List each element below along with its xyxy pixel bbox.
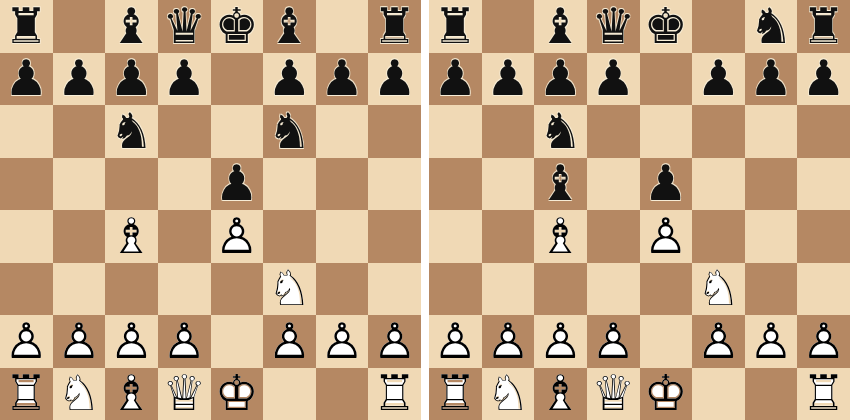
white-pawn: ♟♙ [110,317,154,366]
white-pawn: ♟♙ [433,317,477,366]
white-rook: ♜♖ [4,369,48,418]
white-knight: ♞♘ [486,369,530,418]
boards-container: ♜♝♛♚♝♜♟♟♟♟♟♟♟♞♞♟♝♗♟♙♞♘♟♙♟♙♟♙♟♙♟♙♟♙♟♙♜♖♞♘… [0,0,850,420]
square-b3[interactable] [53,263,106,316]
square-e1[interactable]: ♚♔ [211,368,264,420]
piece-outline-layer: ♙ [539,317,583,366]
white-pawn: ♟♙ [4,317,48,366]
white-rook: ♜♖ [433,369,477,418]
square-c3[interactable] [534,263,587,316]
square-e5[interactable]: ♟ [211,158,264,211]
white-pawn: ♟♙ [749,317,793,366]
square-e4[interactable]: ♟♙ [211,210,264,263]
white-pawn: ♟♙ [320,317,364,366]
square-c3[interactable] [105,263,158,316]
black-knight: ♞ [749,2,793,51]
square-g3[interactable] [316,263,369,316]
square-b8[interactable] [482,0,535,53]
piece-outline-layer: ♙ [267,317,311,366]
piece-outline-layer: ♙ [110,317,154,366]
square-c4[interactable]: ♝♗ [105,210,158,263]
square-d4[interactable] [587,210,640,263]
white-pawn: ♟♙ [591,317,635,366]
square-d2[interactable]: ♟♙ [587,315,640,368]
black-bishop: ♝ [110,2,154,51]
black-bishop: ♝ [539,159,583,208]
black-pawn: ♟ [433,54,477,103]
black-king: ♚ [644,2,688,51]
square-c2[interactable]: ♟♙ [534,315,587,368]
square-c8[interactable]: ♝ [105,0,158,53]
white-bishop: ♝♗ [539,212,583,261]
square-h6[interactable] [797,105,850,158]
white-knight: ♞♘ [696,264,740,313]
piece-outline-layer: ♙ [162,317,206,366]
piece-outline-layer: ♘ [267,264,311,313]
square-f3[interactable]: ♞♘ [692,263,745,316]
black-pawn: ♟ [644,159,688,208]
white-knight: ♞♘ [267,264,311,313]
white-pawn: ♟♙ [802,317,846,366]
square-e7[interactable] [211,53,264,106]
square-h8[interactable]: ♜ [797,0,850,53]
white-rook: ♜♖ [802,369,846,418]
piece-outline-layer: ♖ [373,369,417,418]
black-pawn: ♟ [267,54,311,103]
black-bishop: ♝ [539,2,583,51]
black-pawn: ♟ [486,54,530,103]
black-knight: ♞ [110,107,154,156]
black-pawn: ♟ [57,54,101,103]
black-pawn: ♟ [4,54,48,103]
square-e3[interactable] [211,263,264,316]
white-king: ♚♔ [644,369,688,418]
square-f6[interactable]: ♞ [263,105,316,158]
square-g1[interactable] [316,368,369,420]
square-c2[interactable]: ♟♙ [105,315,158,368]
square-d1[interactable]: ♛♕ [158,368,211,420]
square-h5[interactable] [368,158,421,211]
piece-outline-layer: ♖ [4,369,48,418]
white-queen: ♛♕ [162,369,206,418]
square-g8[interactable] [316,0,369,53]
piece-outline-layer: ♘ [696,264,740,313]
piece-outline-layer: ♗ [539,369,583,418]
square-e3[interactable] [640,263,693,316]
board-left: ♜♝♛♚♝♜♟♟♟♟♟♟♟♞♞♟♝♗♟♙♞♘♟♙♟♙♟♙♟♙♟♙♟♙♟♙♜♖♞♘… [0,0,421,420]
piece-outline-layer: ♙ [215,212,259,261]
square-b7[interactable]: ♟ [53,53,106,106]
square-c1[interactable]: ♝♗ [105,368,158,420]
white-pawn: ♟♙ [215,212,259,261]
square-b6[interactable] [482,105,535,158]
square-f2[interactable]: ♟♙ [692,315,745,368]
square-c6[interactable]: ♞ [105,105,158,158]
square-h1[interactable]: ♜♖ [797,368,850,420]
square-g7[interactable]: ♟ [316,53,369,106]
black-pawn: ♟ [215,159,259,208]
square-h7[interactable]: ♟ [797,53,850,106]
piece-outline-layer: ♙ [644,212,688,261]
square-f7[interactable]: ♟ [692,53,745,106]
square-a8[interactable]: ♜ [0,0,53,53]
white-rook: ♜♖ [373,369,417,418]
black-pawn: ♟ [373,54,417,103]
square-a5[interactable] [0,158,53,211]
square-d4[interactable] [158,210,211,263]
square-f8[interactable]: ♝ [263,0,316,53]
square-h4[interactable] [368,210,421,263]
square-c6[interactable]: ♞ [534,105,587,158]
square-f8[interactable] [692,0,745,53]
square-h5[interactable] [797,158,850,211]
square-f2[interactable]: ♟♙ [263,315,316,368]
white-bishop: ♝♗ [110,212,154,261]
square-f5[interactable] [692,158,745,211]
black-rook: ♜ [433,2,477,51]
square-d8[interactable]: ♛ [587,0,640,53]
black-pawn: ♟ [696,54,740,103]
piece-outline-layer: ♙ [433,317,477,366]
square-a8[interactable]: ♜ [429,0,482,53]
square-f4[interactable] [263,210,316,263]
white-pawn: ♟♙ [57,317,101,366]
square-d6[interactable] [587,105,640,158]
square-g5[interactable] [745,158,798,211]
black-pawn: ♟ [802,54,846,103]
square-e6[interactable] [211,105,264,158]
square-g4[interactable] [316,210,369,263]
square-e2[interactable] [211,315,264,368]
square-g1[interactable] [745,368,798,420]
square-e4[interactable]: ♟♙ [640,210,693,263]
square-b1[interactable]: ♞♘ [482,368,535,420]
white-king: ♚♔ [215,369,259,418]
square-c5[interactable]: ♝ [534,158,587,211]
square-b5[interactable] [53,158,106,211]
black-knight: ♞ [267,107,311,156]
square-h1[interactable]: ♜♖ [368,368,421,420]
square-g8[interactable]: ♞ [745,0,798,53]
square-b7[interactable]: ♟ [482,53,535,106]
square-a2[interactable]: ♟♙ [429,315,482,368]
square-f4[interactable] [692,210,745,263]
square-e6[interactable] [640,105,693,158]
square-b2[interactable]: ♟♙ [53,315,106,368]
square-g2[interactable]: ♟♙ [316,315,369,368]
square-b5[interactable] [482,158,535,211]
square-c5[interactable] [105,158,158,211]
black-pawn: ♟ [320,54,364,103]
square-e7[interactable] [640,53,693,106]
square-a2[interactable]: ♟♙ [0,315,53,368]
board-right: ♜♝♛♚♞♜♟♟♟♟♟♟♟♞♝♟♝♗♟♙♞♘♟♙♟♙♟♙♟♙♟♙♟♙♟♙♜♖♞♘… [429,0,850,420]
square-e5[interactable]: ♟ [640,158,693,211]
piece-outline-layer: ♔ [215,369,259,418]
square-f6[interactable] [692,105,745,158]
piece-outline-layer: ♙ [57,317,101,366]
white-pawn: ♟♙ [267,317,311,366]
white-pawn: ♟♙ [644,212,688,261]
square-g2[interactable]: ♟♙ [745,315,798,368]
piece-outline-layer: ♙ [802,317,846,366]
square-d2[interactable]: ♟♙ [158,315,211,368]
piece-outline-layer: ♖ [802,369,846,418]
black-rook: ♜ [4,2,48,51]
square-a6[interactable] [0,105,53,158]
piece-outline-layer: ♘ [57,369,101,418]
square-h3[interactable] [797,263,850,316]
piece-outline-layer: ♘ [486,369,530,418]
piece-outline-layer: ♗ [539,212,583,261]
square-e8[interactable]: ♚ [211,0,264,53]
square-d1[interactable]: ♛♕ [587,368,640,420]
black-pawn: ♟ [539,54,583,103]
piece-outline-layer: ♙ [749,317,793,366]
piece-outline-layer: ♙ [696,317,740,366]
black-king: ♚ [215,2,259,51]
white-bishop: ♝♗ [539,369,583,418]
square-d6[interactable] [158,105,211,158]
square-d3[interactable] [587,263,640,316]
piece-outline-layer: ♙ [320,317,364,366]
white-knight: ♞♘ [57,369,101,418]
black-pawn: ♟ [162,54,206,103]
square-a6[interactable] [429,105,482,158]
square-f1[interactable] [692,368,745,420]
white-bishop: ♝♗ [110,369,154,418]
black-rook: ♜ [373,2,417,51]
black-pawn: ♟ [110,54,154,103]
square-f1[interactable] [263,368,316,420]
square-a5[interactable] [429,158,482,211]
square-f3[interactable]: ♞♘ [263,263,316,316]
square-h2[interactable]: ♟♙ [797,315,850,368]
square-h3[interactable] [368,263,421,316]
square-b2[interactable]: ♟♙ [482,315,535,368]
piece-outline-layer: ♕ [162,369,206,418]
square-c8[interactable]: ♝ [534,0,587,53]
black-queen: ♛ [162,2,206,51]
square-c7[interactable]: ♟ [105,53,158,106]
piece-outline-layer: ♗ [110,369,154,418]
square-g6[interactable] [745,105,798,158]
black-knight: ♞ [539,107,583,156]
white-pawn: ♟♙ [373,317,417,366]
square-a7[interactable]: ♟ [429,53,482,106]
square-h4[interactable] [797,210,850,263]
square-d3[interactable] [158,263,211,316]
square-a4[interactable] [429,210,482,263]
square-g5[interactable] [316,158,369,211]
white-pawn: ♟♙ [486,317,530,366]
piece-outline-layer: ♙ [486,317,530,366]
white-pawn: ♟♙ [162,317,206,366]
square-g4[interactable] [745,210,798,263]
square-d7[interactable]: ♟ [158,53,211,106]
square-e1[interactable]: ♚♔ [640,368,693,420]
square-c7[interactable]: ♟ [534,53,587,106]
square-h6[interactable] [368,105,421,158]
white-pawn: ♟♙ [539,317,583,366]
black-bishop: ♝ [267,2,311,51]
square-g3[interactable] [745,263,798,316]
square-f7[interactable]: ♟ [263,53,316,106]
black-rook: ♜ [802,2,846,51]
piece-outline-layer: ♙ [591,317,635,366]
black-pawn: ♟ [591,54,635,103]
square-e8[interactable]: ♚ [640,0,693,53]
white-pawn: ♟♙ [696,317,740,366]
black-queen: ♛ [591,2,635,51]
piece-outline-layer: ♔ [644,369,688,418]
square-d5[interactable] [158,158,211,211]
square-b4[interactable] [53,210,106,263]
square-e2[interactable] [640,315,693,368]
square-f5[interactable] [263,158,316,211]
square-c1[interactable]: ♝♗ [534,368,587,420]
square-h2[interactable]: ♟♙ [368,315,421,368]
square-b3[interactable] [482,263,535,316]
square-b6[interactable] [53,105,106,158]
square-a1[interactable]: ♜♖ [0,368,53,420]
square-a7[interactable]: ♟ [0,53,53,106]
square-b4[interactable] [482,210,535,263]
square-g6[interactable] [316,105,369,158]
black-pawn: ♟ [749,54,793,103]
piece-outline-layer: ♙ [4,317,48,366]
square-d8[interactable]: ♛ [158,0,211,53]
piece-outline-layer: ♗ [110,212,154,261]
square-c4[interactable]: ♝♗ [534,210,587,263]
square-b1[interactable]: ♞♘ [53,368,106,420]
square-a1[interactable]: ♜♖ [429,368,482,420]
piece-outline-layer: ♙ [373,317,417,366]
square-b8[interactable] [53,0,106,53]
white-queen: ♛♕ [591,369,635,418]
piece-outline-layer: ♕ [591,369,635,418]
square-d5[interactable] [587,158,640,211]
square-a3[interactable] [429,263,482,316]
square-a4[interactable] [0,210,53,263]
square-g7[interactable]: ♟ [745,53,798,106]
square-a3[interactable] [0,263,53,316]
square-d7[interactable]: ♟ [587,53,640,106]
square-h8[interactable]: ♜ [368,0,421,53]
piece-outline-layer: ♖ [433,369,477,418]
square-h7[interactable]: ♟ [368,53,421,106]
